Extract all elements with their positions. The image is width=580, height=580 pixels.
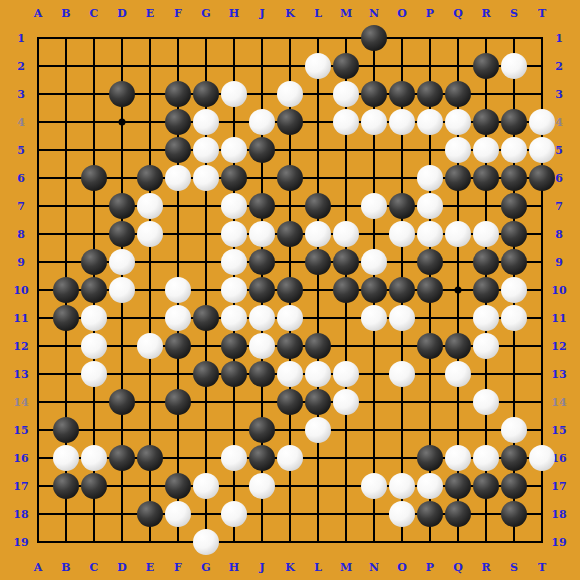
grid-line-horizontal [37,541,543,543]
black-stone [501,221,527,247]
column-label-top: F [174,8,182,19]
white-stone [249,333,275,359]
column-label-top: K [285,8,295,19]
black-stone [165,81,191,107]
black-stone [529,165,555,191]
black-stone [193,81,219,107]
row-label-left: 9 [17,257,25,268]
row-label-right: 11 [551,313,566,324]
black-stone [81,277,107,303]
column-label-bottom: Q [453,562,463,573]
black-stone [473,249,499,275]
white-stone [305,53,331,79]
black-stone [53,277,79,303]
white-stone [277,361,303,387]
white-stone [81,333,107,359]
white-stone [165,501,191,527]
white-stone [473,221,499,247]
white-stone [137,221,163,247]
row-label-left: 18 [13,509,28,520]
white-stone [473,137,499,163]
white-stone [249,305,275,331]
white-stone [473,305,499,331]
column-label-bottom: N [369,562,379,573]
black-stone [417,501,443,527]
white-stone [221,501,247,527]
black-stone [221,333,247,359]
white-stone [529,109,555,135]
black-stone [501,473,527,499]
column-label-bottom: H [229,562,239,573]
black-stone [501,109,527,135]
white-stone [221,445,247,471]
row-label-left: 8 [17,229,25,240]
row-label-right: 12 [551,341,566,352]
white-stone [445,109,471,135]
white-stone [193,529,219,555]
white-stone [389,221,415,247]
row-label-right: 4 [555,117,563,128]
black-stone [445,81,471,107]
row-label-left: 14 [13,397,28,408]
white-stone [529,137,555,163]
black-stone [501,193,527,219]
black-stone [193,305,219,331]
column-label-top: R [481,8,490,19]
black-stone [445,165,471,191]
row-label-left: 5 [17,145,25,156]
white-stone [165,165,191,191]
row-label-left: 17 [13,481,28,492]
white-stone [445,361,471,387]
white-stone [473,333,499,359]
black-stone [417,277,443,303]
white-stone [445,221,471,247]
black-stone [445,501,471,527]
black-stone [501,501,527,527]
black-stone [417,333,443,359]
row-label-left: 12 [13,341,28,352]
column-label-bottom: G [201,562,210,573]
white-stone [417,165,443,191]
black-stone [165,333,191,359]
black-stone [333,53,359,79]
black-stone [389,81,415,107]
white-stone [81,361,107,387]
white-stone [361,305,387,331]
column-label-top: S [510,8,518,19]
white-stone [361,193,387,219]
black-stone [333,249,359,275]
white-stone [473,445,499,471]
white-stone [277,81,303,107]
column-label-bottom: D [117,562,127,573]
white-stone [193,137,219,163]
row-label-left: 3 [17,89,25,100]
black-stone [333,277,359,303]
grid-line-horizontal [37,429,543,431]
row-label-right: 17 [551,481,566,492]
black-stone [137,445,163,471]
white-stone [445,137,471,163]
black-stone [249,361,275,387]
black-stone [81,165,107,191]
row-label-left: 19 [13,537,28,548]
row-label-right: 3 [555,89,563,100]
row-label-left: 6 [17,173,25,184]
black-stone [109,221,135,247]
white-stone [333,81,359,107]
white-stone [529,445,555,471]
white-stone [501,53,527,79]
row-label-right: 8 [555,229,563,240]
row-label-left: 2 [17,61,25,72]
go-board[interactable]: AABBCCDDEEFFGGHHJJKKLLMMNNOOPPQQRRSSTT11… [0,0,580,580]
black-stone [109,445,135,471]
white-stone [81,445,107,471]
row-label-left: 1 [17,33,25,44]
row-label-left: 16 [13,453,28,464]
column-label-bottom: S [510,562,518,573]
black-stone [417,249,443,275]
white-stone [305,221,331,247]
row-label-right: 14 [551,397,566,408]
column-label-top: D [117,8,127,19]
white-stone [417,473,443,499]
black-stone [53,417,79,443]
black-stone [417,81,443,107]
column-label-bottom: E [146,562,154,573]
column-label-top: P [426,8,434,19]
black-stone [361,81,387,107]
black-stone [473,277,499,303]
column-label-top: A [34,8,43,19]
column-label-bottom: J [259,562,264,573]
white-stone [361,109,387,135]
black-stone [249,445,275,471]
black-stone [221,361,247,387]
black-stone [389,193,415,219]
row-label-right: 13 [551,369,566,380]
black-stone [249,277,275,303]
column-label-top: J [259,8,264,19]
white-stone [221,249,247,275]
column-label-top: E [146,8,154,19]
column-label-top: N [369,8,379,19]
black-stone [249,417,275,443]
star-point [455,287,462,294]
black-stone [249,137,275,163]
white-stone [305,417,331,443]
row-label-right: 1 [555,33,563,44]
black-stone [445,473,471,499]
white-stone [137,193,163,219]
black-stone [277,389,303,415]
white-stone [445,445,471,471]
black-stone [305,193,331,219]
white-stone [501,417,527,443]
black-stone [249,249,275,275]
white-stone [165,277,191,303]
white-stone [361,249,387,275]
white-stone [473,389,499,415]
white-stone [221,81,247,107]
column-label-bottom: A [34,562,43,573]
row-label-right: 18 [551,509,566,520]
white-stone [81,305,107,331]
black-stone [277,165,303,191]
black-stone [81,249,107,275]
white-stone [501,305,527,331]
black-stone [445,333,471,359]
black-stone [137,501,163,527]
column-label-top: T [538,8,546,19]
white-stone [193,109,219,135]
column-label-top: H [229,8,239,19]
white-stone [53,445,79,471]
black-stone [473,53,499,79]
black-stone [361,25,387,51]
column-label-bottom: P [426,562,434,573]
column-label-bottom: L [314,562,322,573]
white-stone [277,445,303,471]
black-stone [277,333,303,359]
column-label-top: M [340,8,352,19]
white-stone [333,109,359,135]
white-stone [109,277,135,303]
row-label-right: 2 [555,61,563,72]
row-label-left: 10 [13,285,28,296]
white-stone [389,305,415,331]
column-label-bottom: F [174,562,182,573]
white-stone [305,361,331,387]
black-stone [53,473,79,499]
black-stone [53,305,79,331]
black-stone [305,333,331,359]
white-stone [417,221,443,247]
white-stone [221,277,247,303]
black-stone [305,249,331,275]
white-stone [165,305,191,331]
white-stone [389,361,415,387]
white-stone [389,473,415,499]
row-label-left: 11 [13,313,28,324]
black-stone [473,165,499,191]
white-stone [221,305,247,331]
black-stone [165,109,191,135]
white-stone [193,165,219,191]
white-stone [221,137,247,163]
star-point [119,119,126,126]
row-label-right: 10 [551,285,566,296]
white-stone [333,389,359,415]
black-stone [389,277,415,303]
white-stone [277,305,303,331]
white-stone [389,501,415,527]
column-label-top: B [61,8,70,19]
black-stone [165,389,191,415]
black-stone [165,137,191,163]
grid-line-vertical [317,37,319,543]
column-label-top: C [90,8,99,19]
row-label-left: 4 [17,117,25,128]
white-stone [249,473,275,499]
row-label-right: 7 [555,201,563,212]
black-stone [501,445,527,471]
white-stone [333,361,359,387]
white-stone [417,193,443,219]
black-stone [249,193,275,219]
black-stone [277,109,303,135]
column-label-top: G [201,8,210,19]
column-label-bottom: K [285,562,295,573]
row-label-right: 5 [555,145,563,156]
column-label-bottom: O [397,562,407,573]
column-label-bottom: T [538,562,546,573]
black-stone [277,221,303,247]
row-label-left: 15 [13,425,28,436]
black-stone [361,277,387,303]
column-label-bottom: R [481,562,490,573]
black-stone [193,361,219,387]
white-stone [389,109,415,135]
black-stone [221,165,247,191]
black-stone [305,389,331,415]
black-stone [81,473,107,499]
black-stone [501,165,527,191]
black-stone [501,249,527,275]
column-label-bottom: B [61,562,70,573]
black-stone [277,277,303,303]
column-label-bottom: C [90,562,99,573]
white-stone [193,473,219,499]
white-stone [137,333,163,359]
white-stone [417,109,443,135]
black-stone [137,165,163,191]
white-stone [501,137,527,163]
white-stone [361,473,387,499]
white-stone [249,221,275,247]
white-stone [221,221,247,247]
row-label-right: 19 [551,537,566,548]
row-label-right: 9 [555,257,563,268]
column-label-top: L [314,8,322,19]
black-stone [109,193,135,219]
black-stone [109,389,135,415]
row-label-left: 7 [17,201,25,212]
black-stone [473,109,499,135]
row-label-right: 15 [551,425,566,436]
white-stone [333,221,359,247]
column-label-top: O [397,8,407,19]
white-stone [249,109,275,135]
column-label-top: Q [453,8,463,19]
black-stone [165,473,191,499]
black-stone [109,81,135,107]
black-stone [473,473,499,499]
black-stone [417,445,443,471]
white-stone [109,249,135,275]
column-label-bottom: M [340,562,352,573]
white-stone [501,277,527,303]
row-label-right: 6 [555,173,563,184]
row-label-left: 13 [13,369,28,380]
white-stone [221,193,247,219]
